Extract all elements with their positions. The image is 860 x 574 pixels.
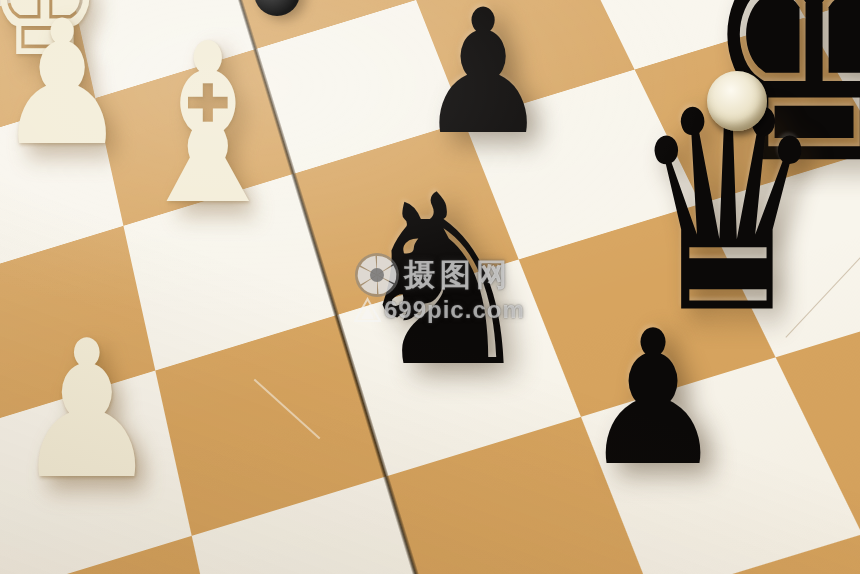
chessboard-photo: ♚♟♝♟♚♛♞♟♟ 摄图网 699 xyxy=(0,0,860,574)
black-pawn-g3: ♟ xyxy=(582,306,724,492)
queen-crown-ball xyxy=(707,71,767,131)
pieces-layer: ♚♟♝♟♚♛♞♟♟ xyxy=(0,0,860,574)
black-pawn-f5: ♟ xyxy=(417,0,548,159)
white-pawn-c6: ♟ xyxy=(0,0,128,170)
white-pawn-c3: ♟ xyxy=(15,316,160,506)
white-bishop-d6: ♝ xyxy=(129,15,287,235)
black-knight-e4: ♞ xyxy=(348,164,538,399)
